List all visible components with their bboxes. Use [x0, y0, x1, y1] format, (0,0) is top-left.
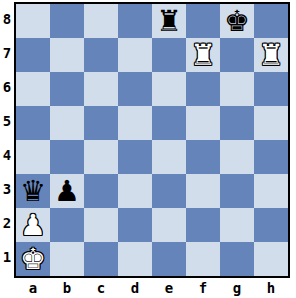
square-b3[interactable]: ♟	[50, 174, 84, 208]
square-c3[interactable]	[84, 174, 118, 208]
square-h3[interactable]	[254, 174, 288, 208]
square-f6[interactable]	[186, 72, 220, 106]
file-label-g: g	[220, 278, 254, 298]
square-e7[interactable]	[152, 38, 186, 72]
square-b2[interactable]	[50, 208, 84, 242]
piece-black-rook[interactable]: ♜	[156, 4, 182, 38]
piece-white-rook[interactable]: ♜	[190, 38, 216, 72]
square-a3[interactable]: ♛	[16, 174, 50, 208]
rank-label-7: 7	[0, 36, 14, 70]
square-d4[interactable]	[118, 140, 152, 174]
square-d1[interactable]	[118, 242, 152, 276]
file-label-f: f	[186, 278, 220, 298]
square-e3[interactable]	[152, 174, 186, 208]
square-e5[interactable]	[152, 106, 186, 140]
piece-white-king[interactable]: ♚	[20, 242, 46, 276]
square-b4[interactable]	[50, 140, 84, 174]
file-label-e: e	[152, 278, 186, 298]
square-d8[interactable]	[118, 4, 152, 38]
square-c8[interactable]	[84, 4, 118, 38]
square-b1[interactable]	[50, 242, 84, 276]
square-c5[interactable]	[84, 106, 118, 140]
square-c6[interactable]	[84, 72, 118, 106]
square-c2[interactable]	[84, 208, 118, 242]
square-d6[interactable]	[118, 72, 152, 106]
square-g1[interactable]	[220, 242, 254, 276]
square-e2[interactable]	[152, 208, 186, 242]
rank-label-8: 8	[0, 2, 14, 36]
square-b6[interactable]	[50, 72, 84, 106]
square-c1[interactable]	[84, 242, 118, 276]
square-a6[interactable]	[16, 72, 50, 106]
piece-black-king[interactable]: ♚	[224, 4, 250, 38]
square-g8[interactable]: ♚	[220, 4, 254, 38]
rank-label-1: 1	[0, 240, 14, 274]
file-label-b: b	[50, 278, 84, 298]
rank-label-5: 5	[0, 104, 14, 138]
square-f3[interactable]	[186, 174, 220, 208]
file-labels: abcdefgh	[14, 278, 296, 298]
square-h8[interactable]	[254, 4, 288, 38]
square-h5[interactable]	[254, 106, 288, 140]
rank-label-3: 3	[0, 172, 14, 206]
square-g3[interactable]	[220, 174, 254, 208]
square-f2[interactable]	[186, 208, 220, 242]
square-a1[interactable]: ♚	[16, 242, 50, 276]
square-f4[interactable]	[186, 140, 220, 174]
square-a7[interactable]	[16, 38, 50, 72]
rank-labels: 87654321	[0, 2, 14, 278]
square-d5[interactable]	[118, 106, 152, 140]
file-label-d: d	[118, 278, 152, 298]
square-b5[interactable]	[50, 106, 84, 140]
square-h1[interactable]	[254, 242, 288, 276]
square-c7[interactable]	[84, 38, 118, 72]
square-e8[interactable]: ♜	[152, 4, 186, 38]
square-d3[interactable]	[118, 174, 152, 208]
square-f7[interactable]: ♜	[186, 38, 220, 72]
square-a2[interactable]: ♟	[16, 208, 50, 242]
square-h2[interactable]	[254, 208, 288, 242]
square-c4[interactable]	[84, 140, 118, 174]
square-g6[interactable]	[220, 72, 254, 106]
square-e4[interactable]	[152, 140, 186, 174]
square-a4[interactable]	[16, 140, 50, 174]
square-g7[interactable]	[220, 38, 254, 72]
piece-white-pawn[interactable]: ♟	[20, 208, 46, 242]
piece-white-rook[interactable]: ♜	[258, 38, 284, 72]
square-f5[interactable]	[186, 106, 220, 140]
file-label-a: a	[16, 278, 50, 298]
square-h6[interactable]	[254, 72, 288, 106]
square-g4[interactable]	[220, 140, 254, 174]
square-b8[interactable]	[50, 4, 84, 38]
square-g2[interactable]	[220, 208, 254, 242]
rank-label-2: 2	[0, 206, 14, 240]
square-f1[interactable]	[186, 242, 220, 276]
piece-black-queen[interactable]: ♛	[20, 174, 46, 208]
rank-label-6: 6	[0, 70, 14, 104]
square-e1[interactable]	[152, 242, 186, 276]
square-b7[interactable]	[50, 38, 84, 72]
file-label-h: h	[254, 278, 288, 298]
chess-diagram: 87654321 ♜♚♜♜♛♟♟♚ abcdefgh	[0, 0, 296, 298]
square-g5[interactable]	[220, 106, 254, 140]
chess-board: ♜♚♜♜♛♟♟♚	[14, 2, 290, 278]
piece-black-pawn[interactable]: ♟	[54, 174, 80, 208]
square-e6[interactable]	[152, 72, 186, 106]
rank-label-4: 4	[0, 138, 14, 172]
square-a8[interactable]	[16, 4, 50, 38]
square-h7[interactable]: ♜	[254, 38, 288, 72]
square-d2[interactable]	[118, 208, 152, 242]
square-a5[interactable]	[16, 106, 50, 140]
square-f8[interactable]	[186, 4, 220, 38]
file-label-c: c	[84, 278, 118, 298]
square-h4[interactable]	[254, 140, 288, 174]
square-d7[interactable]	[118, 38, 152, 72]
